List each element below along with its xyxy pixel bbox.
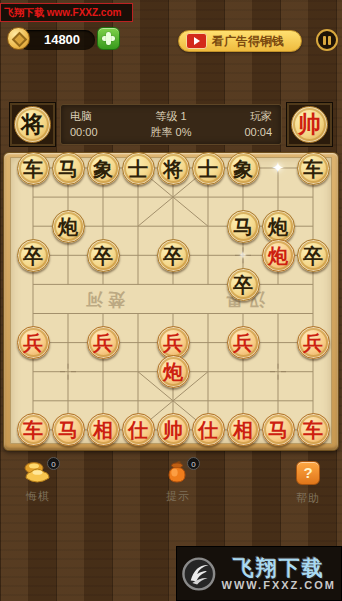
opponent-name: 电脑 [70, 109, 98, 124]
xiangqi-board[interactable]: 楚河汉界车马象士将士象车炮马炮卒卒卒卒卒炮兵兵兵兵兵炮车马相仕帅仕相马车✦✦ [0, 152, 342, 452]
hint-count-badge: 0 [187, 457, 200, 470]
undo-label: 悔棋 [6, 489, 70, 504]
video-play-icon [186, 33, 207, 49]
piece-black-r0c4[interactable]: 将 [157, 152, 190, 185]
pause-button[interactable] [316, 29, 338, 51]
hint-button[interactable]: 0 提示 [146, 459, 210, 504]
winrate-label: 胜率 0% [151, 125, 192, 140]
piece-black-r3c4[interactable]: 卒 [157, 239, 190, 272]
piece-black-r2c1[interactable]: 炮 [52, 210, 85, 243]
watermark-site-name: 飞翔下载 [233, 556, 325, 579]
piece-black-r0c0[interactable]: 车 [17, 152, 50, 185]
piece-red-r9c2[interactable]: 相 [87, 413, 120, 446]
piece-black-r3c2[interactable]: 卒 [87, 239, 120, 272]
piece-black-r0c6[interactable]: 象 [227, 152, 260, 185]
site-watermark-top: 飞翔下载 www.FXXZ.com [0, 3, 133, 22]
level-label: 等级 1 [155, 109, 186, 124]
piece-black-r4c6[interactable]: 卒 [227, 268, 260, 301]
opponent-piece-frame: 将 [9, 102, 56, 147]
piece-black-r0c5[interactable]: 士 [192, 152, 225, 185]
piece-red-r6c8[interactable]: 兵 [297, 326, 330, 359]
help-label: 帮助 [276, 491, 340, 506]
add-coins-button[interactable] [97, 27, 120, 50]
piece-red-r6c0[interactable]: 兵 [17, 326, 50, 359]
hint-label: 提示 [146, 489, 210, 504]
piece-black-r3c0[interactable]: 卒 [17, 239, 50, 272]
site-watermark-bottom: 飞翔下载 WWW.FXXZ.COM [176, 546, 342, 601]
undo-button[interactable]: 0 悔棋 [6, 459, 70, 504]
piece-red-r9c0[interactable]: 车 [17, 413, 50, 446]
fxxz-logo-icon [181, 552, 217, 596]
piece-red-r6c2[interactable]: 兵 [87, 326, 120, 359]
piece-red-r9c5[interactable]: 仕 [192, 413, 225, 446]
piece-red-r9c3[interactable]: 仕 [122, 413, 155, 446]
watermark-site-url: WWW.FXXZ.COM [222, 579, 336, 591]
piece-black-r3c8[interactable]: 卒 [297, 239, 330, 272]
red-general-avatar: 帅 [291, 106, 328, 143]
piece-red-r6c6[interactable]: 兵 [227, 326, 260, 359]
player-name: 玩家 [250, 109, 272, 124]
piece-black-r2c6[interactable]: 马 [227, 210, 260, 243]
piece-red-r3c7[interactable]: 炮 [262, 239, 295, 272]
opponent-timer: 00:00 [70, 125, 98, 140]
copper-coin-icon [7, 27, 30, 50]
piece-red-r6c4[interactable]: 兵 [157, 326, 190, 359]
piece-red-r7c4[interactable]: 炮 [157, 355, 190, 388]
question-mark-icon: ? [296, 461, 320, 485]
undo-count-badge: 0 [47, 457, 60, 470]
piece-black-r0c8[interactable]: 车 [297, 152, 330, 185]
player-timer: 00:04 [244, 125, 272, 140]
piece-red-r9c7[interactable]: 马 [262, 413, 295, 446]
piece-red-r9c4[interactable]: 帅 [157, 413, 190, 446]
piece-black-r0c1[interactable]: 马 [52, 152, 85, 185]
piece-black-r0c2[interactable]: 象 [87, 152, 120, 185]
match-info-panel: 电脑 00:00 等级 1 胜率 0% 玩家 00:04 [60, 104, 282, 145]
piece-black-r0c3[interactable]: 士 [122, 152, 155, 185]
help-button[interactable]: ? 帮助 [276, 459, 340, 506]
piece-red-r9c1[interactable]: 马 [52, 413, 85, 446]
watch-ad-label: 看广告得铜钱 [212, 33, 284, 50]
piece-red-r9c6[interactable]: 相 [227, 413, 260, 446]
board-grid-lines [0, 152, 342, 452]
river-text-left: 楚河 [81, 287, 125, 310]
watch-ad-button[interactable]: 看广告得铜钱 [178, 30, 302, 52]
piece-black-r2c7[interactable]: 炮 [262, 210, 295, 243]
player-piece-frame: 帅 [286, 102, 333, 147]
black-general-avatar: 将 [14, 106, 51, 143]
piece-red-r9c8[interactable]: 车 [297, 413, 330, 446]
